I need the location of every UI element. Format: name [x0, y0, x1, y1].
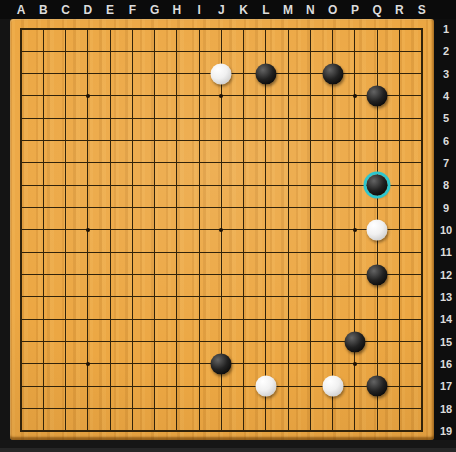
stone-black-q12 [367, 264, 388, 285]
grid-line-horizontal-13 [20, 296, 423, 297]
stone-black-o3 [322, 63, 343, 84]
column-label-G: G [150, 3, 159, 17]
star-point-p4 [353, 94, 357, 98]
grid-line-horizontal-11 [20, 252, 423, 253]
column-label-Q: Q [372, 3, 381, 17]
stone-black-q8 [367, 175, 388, 196]
row-label-2: 2 [443, 45, 449, 57]
row-label-13: 13 [440, 291, 452, 303]
stone-white-o17 [322, 376, 343, 397]
grid-line-horizontal-8 [20, 185, 423, 186]
grid-line-horizontal-18 [20, 408, 423, 409]
column-label-N: N [306, 3, 315, 17]
column-label-H: H [172, 3, 181, 17]
row-label-4: 4 [443, 90, 449, 102]
row-label-15: 15 [440, 336, 452, 348]
column-label-F: F [129, 3, 136, 17]
stone-black-l3 [255, 63, 276, 84]
column-label-D: D [83, 3, 92, 17]
column-label-J: J [218, 3, 225, 17]
grid-line-horizontal-1 [20, 28, 423, 30]
row-label-19: 19 [440, 425, 452, 437]
bottom-strip [0, 440, 456, 452]
row-label-1: 1 [443, 23, 449, 35]
stone-white-l17 [255, 376, 276, 397]
row-labels-bar: 12345678910111213141516171819 [434, 19, 456, 440]
stone-black-q4 [367, 85, 388, 106]
column-label-I: I [197, 3, 200, 17]
star-point-p16 [353, 362, 357, 366]
stone-black-p15 [344, 331, 365, 352]
stone-white-j3 [211, 63, 232, 84]
grid-line-horizontal-9 [20, 207, 423, 208]
row-label-18: 18 [440, 403, 452, 415]
column-label-L: L [262, 3, 269, 17]
row-label-14: 14 [440, 313, 452, 325]
row-label-10: 10 [440, 224, 452, 236]
row-label-16: 16 [440, 358, 452, 370]
row-label-8: 8 [443, 179, 449, 191]
column-label-E: E [106, 3, 114, 17]
grid-line-horizontal-17 [20, 386, 423, 387]
star-point-j10 [219, 228, 223, 232]
column-label-S: S [418, 3, 426, 17]
column-label-M: M [283, 3, 293, 17]
grid-line-horizontal-5 [20, 118, 423, 119]
grid-line-horizontal-14 [20, 319, 423, 320]
row-label-7: 7 [443, 157, 449, 169]
column-label-C: C [61, 3, 70, 17]
go-board[interactable] [10, 19, 434, 440]
stone-white-q10 [367, 219, 388, 240]
star-point-d16 [86, 362, 90, 366]
grid-line-horizontal-2 [20, 51, 423, 52]
grid-line-horizontal-7 [20, 162, 423, 163]
column-label-K: K [239, 3, 248, 17]
star-point-d4 [86, 94, 90, 98]
bottom-panel-edge [0, 448, 456, 452]
star-point-j4 [219, 94, 223, 98]
grid-line-horizontal-6 [20, 140, 423, 141]
row-label-5: 5 [443, 112, 449, 124]
star-point-p10 [353, 228, 357, 232]
column-label-R: R [395, 3, 404, 17]
row-label-12: 12 [440, 269, 452, 281]
row-label-9: 9 [443, 202, 449, 214]
grid-line-horizontal-12 [20, 274, 423, 275]
column-label-A: A [17, 3, 26, 17]
row-label-3: 3 [443, 68, 449, 80]
column-label-O: O [328, 3, 337, 17]
column-labels-bar: ABCDEFGHIJKLMNOPQRS [0, 0, 456, 19]
star-point-d10 [86, 228, 90, 232]
stone-black-j16 [211, 353, 232, 374]
stone-black-q17 [367, 376, 388, 397]
row-label-11: 11 [440, 246, 452, 258]
column-label-P: P [351, 3, 359, 17]
grid-line-horizontal-19 [20, 430, 423, 432]
go-app-window: ABCDEFGHIJKLMNOPQRS 12345678910111213141… [0, 0, 456, 452]
row-label-6: 6 [443, 135, 449, 147]
column-label-B: B [39, 3, 48, 17]
row-label-17: 17 [440, 380, 452, 392]
